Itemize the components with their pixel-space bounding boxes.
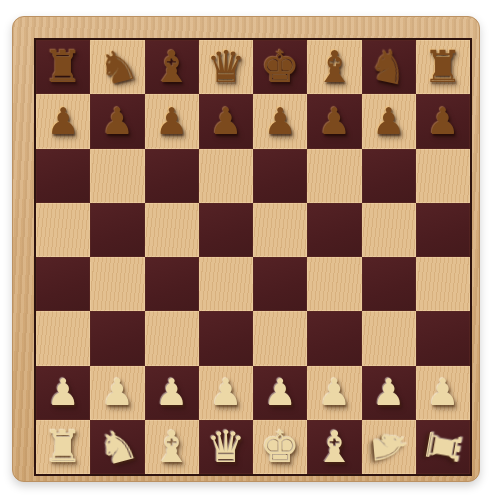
square-e8[interactable]: ♚ <box>253 40 307 94</box>
square-c3[interactable] <box>145 311 199 365</box>
square-c8[interactable]: ♝ <box>145 40 199 94</box>
square-c5[interactable] <box>145 203 199 257</box>
square-d2[interactable]: ♟ <box>199 366 253 420</box>
square-d5[interactable] <box>199 203 253 257</box>
square-g6[interactable] <box>362 149 416 203</box>
white-knight[interactable]: ♞ <box>365 425 412 468</box>
square-c2[interactable]: ♟ <box>145 366 199 420</box>
square-f6[interactable] <box>307 149 361 203</box>
white-pawn[interactable]: ♟ <box>264 374 297 411</box>
square-f8[interactable]: ♝ <box>307 40 361 94</box>
black-pawn[interactable]: ♟ <box>372 103 405 140</box>
square-d4[interactable] <box>199 257 253 311</box>
square-d1[interactable]: ♛ <box>199 420 253 474</box>
chessboard: ♜♞♝♛♚♝♞♜♟♟♟♟♟♟♟♟♟♟♟♟♟♟♟♟♜♞♝♛♚♝♞♜ <box>34 38 472 476</box>
square-h3[interactable] <box>416 311 470 365</box>
square-a4[interactable] <box>36 257 90 311</box>
black-queen[interactable]: ♛ <box>206 45 245 89</box>
black-knight[interactable]: ♞ <box>93 41 142 93</box>
black-pawn[interactable]: ♟ <box>47 103 80 140</box>
square-b6[interactable] <box>90 149 144 203</box>
square-d8[interactable]: ♛ <box>199 40 253 94</box>
square-a1[interactable]: ♜ <box>36 420 90 474</box>
square-b3[interactable] <box>90 311 144 365</box>
square-g3[interactable] <box>362 311 416 365</box>
square-a2[interactable]: ♟ <box>36 366 90 420</box>
square-a3[interactable] <box>36 311 90 365</box>
white-pawn[interactable]: ♟ <box>372 374 405 411</box>
black-knight[interactable]: ♞ <box>365 42 413 93</box>
square-f1[interactable]: ♝ <box>307 420 361 474</box>
square-a5[interactable] <box>36 203 90 257</box>
black-bishop[interactable]: ♝ <box>152 45 191 89</box>
white-pawn[interactable]: ♟ <box>101 374 134 411</box>
square-h5[interactable] <box>416 203 470 257</box>
square-c7[interactable]: ♟ <box>145 94 199 148</box>
square-e1[interactable]: ♚ <box>253 420 307 474</box>
square-h4[interactable] <box>416 257 470 311</box>
black-pawn[interactable]: ♟ <box>264 103 297 140</box>
chess-set-photo: ♜♞♝♛♚♝♞♜♟♟♟♟♟♟♟♟♟♟♟♟♟♟♟♟♜♞♝♛♚♝♞♜ <box>0 0 500 500</box>
square-b4[interactable] <box>90 257 144 311</box>
square-f7[interactable]: ♟ <box>307 94 361 148</box>
square-c4[interactable] <box>145 257 199 311</box>
square-g4[interactable] <box>362 257 416 311</box>
white-pawn[interactable]: ♟ <box>209 374 242 411</box>
square-g2[interactable]: ♟ <box>362 366 416 420</box>
square-h7[interactable]: ♟ <box>416 94 470 148</box>
white-bishop[interactable]: ♝ <box>152 425 191 469</box>
black-king[interactable]: ♚ <box>260 45 299 89</box>
square-h6[interactable] <box>416 149 470 203</box>
square-h2[interactable]: ♟ <box>416 366 470 420</box>
square-g8[interactable]: ♞ <box>362 40 416 94</box>
square-g1[interactable]: ♞ <box>362 420 416 474</box>
black-pawn[interactable]: ♟ <box>426 103 459 140</box>
square-b5[interactable] <box>90 203 144 257</box>
square-e7[interactable]: ♟ <box>253 94 307 148</box>
square-f3[interactable] <box>307 311 361 365</box>
square-f5[interactable] <box>307 203 361 257</box>
white-pawn[interactable]: ♟ <box>318 374 351 411</box>
white-knight[interactable]: ♞ <box>93 421 142 474</box>
square-e4[interactable] <box>253 257 307 311</box>
square-e3[interactable] <box>253 311 307 365</box>
black-bishop[interactable]: ♝ <box>315 45 354 89</box>
black-pawn[interactable]: ♟ <box>101 103 134 140</box>
black-pawn[interactable]: ♟ <box>318 103 351 140</box>
square-c6[interactable] <box>145 149 199 203</box>
square-a8[interactable]: ♜ <box>36 40 90 94</box>
white-pawn[interactable]: ♟ <box>426 374 459 411</box>
square-d7[interactable]: ♟ <box>199 94 253 148</box>
square-g7[interactable]: ♟ <box>362 94 416 148</box>
black-rook[interactable]: ♜ <box>43 45 82 89</box>
white-bishop[interactable]: ♝ <box>315 425 354 469</box>
square-e5[interactable] <box>253 203 307 257</box>
white-pawn[interactable]: ♟ <box>47 374 80 411</box>
board-frame: ♜♞♝♛♚♝♞♜♟♟♟♟♟♟♟♟♟♟♟♟♟♟♟♟♜♞♝♛♚♝♞♜ <box>12 16 480 482</box>
white-king[interactable]: ♚ <box>260 425 299 469</box>
square-a7[interactable]: ♟ <box>36 94 90 148</box>
square-f2[interactable]: ♟ <box>307 366 361 420</box>
black-pawn[interactable]: ♟ <box>155 103 188 140</box>
square-b2[interactable]: ♟ <box>90 366 144 420</box>
square-a6[interactable] <box>36 149 90 203</box>
black-pawn[interactable]: ♟ <box>209 103 242 140</box>
square-c1[interactable]: ♝ <box>145 420 199 474</box>
square-h1[interactable]: ♜ <box>416 420 470 474</box>
square-b7[interactable]: ♟ <box>90 94 144 148</box>
black-rook[interactable]: ♜ <box>423 45 462 89</box>
square-h8[interactable]: ♜ <box>416 40 470 94</box>
square-g5[interactable] <box>362 203 416 257</box>
square-d6[interactable] <box>199 149 253 203</box>
square-b8[interactable]: ♞ <box>90 40 144 94</box>
square-f4[interactable] <box>307 257 361 311</box>
white-rook[interactable]: ♜ <box>43 425 82 469</box>
square-e6[interactable] <box>253 149 307 203</box>
square-e2[interactable]: ♟ <box>253 366 307 420</box>
square-b1[interactable]: ♞ <box>90 420 144 474</box>
white-pawn[interactable]: ♟ <box>155 374 188 411</box>
square-d3[interactable] <box>199 311 253 365</box>
white-rook[interactable]: ♜ <box>418 424 468 470</box>
white-queen[interactable]: ♛ <box>206 425 245 469</box>
